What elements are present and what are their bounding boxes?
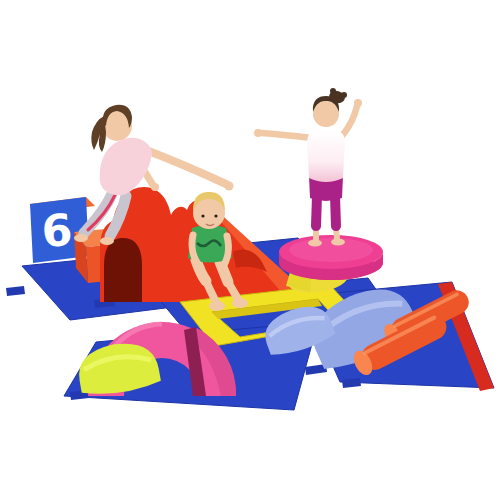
arch-tunnel-opening [104,238,142,302]
foot [232,298,248,308]
foot [209,301,225,311]
soft-play-product-photo: 6 [0,0,500,500]
hair-curl [330,88,336,94]
hand [354,99,362,107]
tank-top [307,129,345,182]
foot [308,240,322,247]
foot [331,239,345,246]
head [313,101,339,127]
eye [214,214,217,217]
reaching-arm [146,150,226,184]
scene-canvas: 6 [0,0,500,500]
disc-top-highlight [289,238,373,262]
mat-strap [6,286,25,296]
capri-legging [335,196,336,226]
hand [151,183,159,191]
hand [225,182,234,191]
arm-raised [342,106,357,136]
foot [100,237,114,245]
eye [201,214,204,217]
capri-legging [316,196,317,226]
cube-digit: 6 [40,204,74,257]
foot [74,234,88,242]
arm-out [261,133,312,138]
hair-curl [341,92,347,98]
ponytail [91,116,106,152]
girl-balancing [254,88,362,247]
hand [254,129,262,137]
